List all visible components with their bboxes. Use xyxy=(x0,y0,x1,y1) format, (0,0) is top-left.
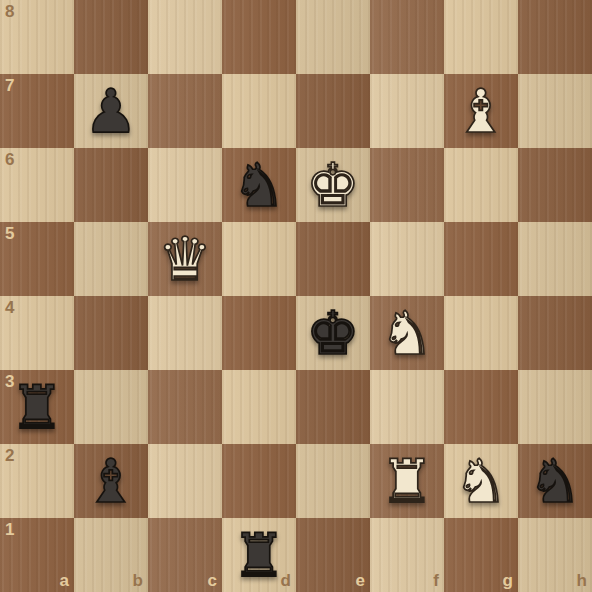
piece-black-king[interactable]: ♚ xyxy=(306,296,360,370)
square-d6[interactable]: ♞ xyxy=(222,148,296,222)
square-f8[interactable] xyxy=(370,0,444,74)
square-h8[interactable] xyxy=(518,0,592,74)
square-f4[interactable]: ♞ xyxy=(370,296,444,370)
piece-white-knight[interactable]: ♞ xyxy=(380,296,434,370)
rank-label-4: 4 xyxy=(5,299,14,316)
square-c1[interactable]: c xyxy=(148,518,222,592)
square-b7[interactable]: ♟ xyxy=(74,74,148,148)
square-a6[interactable]: 6 xyxy=(0,148,74,222)
square-g8[interactable] xyxy=(444,0,518,74)
square-a2[interactable]: 2 xyxy=(0,444,74,518)
square-d5[interactable] xyxy=(222,222,296,296)
rank-label-6: 6 xyxy=(5,151,14,168)
piece-white-queen[interactable]: ♛ xyxy=(158,222,212,296)
square-a1[interactable]: 1a xyxy=(0,518,74,592)
square-a8[interactable]: 8 xyxy=(0,0,74,74)
square-h2[interactable]: ♞ xyxy=(518,444,592,518)
piece-white-king[interactable]: ♚ xyxy=(306,148,360,222)
square-b5[interactable] xyxy=(74,222,148,296)
piece-black-knight[interactable]: ♞ xyxy=(232,148,286,222)
square-d4[interactable] xyxy=(222,296,296,370)
rank-label-2: 2 xyxy=(5,447,14,464)
file-label-e: e xyxy=(356,572,365,589)
square-f7[interactable] xyxy=(370,74,444,148)
square-e5[interactable] xyxy=(296,222,370,296)
square-b1[interactable]: b xyxy=(74,518,148,592)
square-c4[interactable] xyxy=(148,296,222,370)
square-h3[interactable] xyxy=(518,370,592,444)
file-label-f: f xyxy=(433,572,439,589)
rank-label-7: 7 xyxy=(5,77,14,94)
square-d3[interactable] xyxy=(222,370,296,444)
piece-black-rook[interactable]: ♜ xyxy=(10,370,64,444)
piece-black-rook[interactable]: ♜ xyxy=(232,518,286,592)
square-h6[interactable] xyxy=(518,148,592,222)
square-d8[interactable] xyxy=(222,0,296,74)
square-e8[interactable] xyxy=(296,0,370,74)
square-b6[interactable] xyxy=(74,148,148,222)
square-e7[interactable] xyxy=(296,74,370,148)
piece-white-rook[interactable]: ♜ xyxy=(380,444,434,518)
rank-label-5: 5 xyxy=(5,225,14,242)
square-f3[interactable] xyxy=(370,370,444,444)
square-a3[interactable]: 3♜ xyxy=(0,370,74,444)
square-a7[interactable]: 7 xyxy=(0,74,74,148)
square-h5[interactable] xyxy=(518,222,592,296)
square-d1[interactable]: d♜ xyxy=(222,518,296,592)
file-label-g: g xyxy=(503,572,513,589)
square-f1[interactable]: f xyxy=(370,518,444,592)
square-h1[interactable]: h xyxy=(518,518,592,592)
piece-black-bishop[interactable]: ♝ xyxy=(84,444,138,518)
square-e6[interactable]: ♚ xyxy=(296,148,370,222)
square-f5[interactable] xyxy=(370,222,444,296)
square-g7[interactable]: ♝ xyxy=(444,74,518,148)
piece-black-pawn[interactable]: ♟ xyxy=(84,74,138,148)
file-label-h: h xyxy=(577,572,587,589)
chess-board: 87♟♝6♞♚5♛4♚♞3♜2♝♜♞♞1abcd♜efgh xyxy=(0,0,592,592)
square-c6[interactable] xyxy=(148,148,222,222)
square-a4[interactable]: 4 xyxy=(0,296,74,370)
piece-white-bishop[interactable]: ♝ xyxy=(454,74,508,148)
square-e3[interactable] xyxy=(296,370,370,444)
square-b2[interactable]: ♝ xyxy=(74,444,148,518)
square-h4[interactable] xyxy=(518,296,592,370)
file-label-a: a xyxy=(60,572,69,589)
rank-label-8: 8 xyxy=(5,3,14,20)
square-b3[interactable] xyxy=(74,370,148,444)
square-c8[interactable] xyxy=(148,0,222,74)
square-c2[interactable] xyxy=(148,444,222,518)
square-c7[interactable] xyxy=(148,74,222,148)
square-h7[interactable] xyxy=(518,74,592,148)
square-g4[interactable] xyxy=(444,296,518,370)
piece-black-knight[interactable]: ♞ xyxy=(528,444,582,518)
square-b4[interactable] xyxy=(74,296,148,370)
square-e4[interactable]: ♚ xyxy=(296,296,370,370)
square-e2[interactable] xyxy=(296,444,370,518)
square-g3[interactable] xyxy=(444,370,518,444)
square-f2[interactable]: ♜ xyxy=(370,444,444,518)
square-c5[interactable]: ♛ xyxy=(148,222,222,296)
square-c3[interactable] xyxy=(148,370,222,444)
file-label-c: c xyxy=(208,572,217,589)
piece-white-knight[interactable]: ♞ xyxy=(454,444,508,518)
square-e1[interactable]: e xyxy=(296,518,370,592)
square-d2[interactable] xyxy=(222,444,296,518)
square-g1[interactable]: g xyxy=(444,518,518,592)
square-g2[interactable]: ♞ xyxy=(444,444,518,518)
square-g6[interactable] xyxy=(444,148,518,222)
square-a5[interactable]: 5 xyxy=(0,222,74,296)
file-label-b: b xyxy=(133,572,143,589)
square-d7[interactable] xyxy=(222,74,296,148)
square-f6[interactable] xyxy=(370,148,444,222)
square-g5[interactable] xyxy=(444,222,518,296)
rank-label-1: 1 xyxy=(5,521,14,538)
square-b8[interactable] xyxy=(74,0,148,74)
